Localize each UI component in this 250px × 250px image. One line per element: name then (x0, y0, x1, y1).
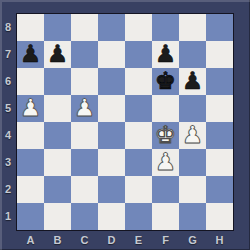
square-a7[interactable]: ♟ (17, 41, 44, 68)
square-b3[interactable] (44, 149, 71, 176)
square-c3[interactable] (71, 149, 98, 176)
square-e2[interactable] (125, 176, 152, 203)
white-pawn[interactable]: ♟ (71, 95, 98, 122)
square-h8[interactable] (206, 14, 233, 41)
square-a8[interactable] (17, 14, 44, 41)
square-g5[interactable] (179, 95, 206, 122)
board-frame: ♟♟♟♚♟♟♟♚♟♟ 87654321ABCDEFGH (0, 0, 250, 250)
file-label-h: H (206, 231, 233, 249)
white-pawn[interactable]: ♟ (17, 95, 44, 122)
chess-board: ♟♟♟♚♟♟♟♚♟♟ (16, 13, 234, 231)
file-label-f: F (152, 231, 179, 249)
square-b7[interactable]: ♟ (44, 41, 71, 68)
square-d4[interactable] (98, 122, 125, 149)
file-label-g: G (179, 231, 206, 249)
square-f2[interactable] (152, 176, 179, 203)
square-a4[interactable] (17, 122, 44, 149)
square-c8[interactable] (71, 14, 98, 41)
square-c7[interactable] (71, 41, 98, 68)
square-c6[interactable] (71, 68, 98, 95)
square-d5[interactable] (98, 95, 125, 122)
square-h1[interactable] (206, 203, 233, 230)
square-a3[interactable] (17, 149, 44, 176)
rank-label-3: 3 (0, 148, 16, 175)
square-g2[interactable] (179, 176, 206, 203)
square-d1[interactable] (98, 203, 125, 230)
square-b6[interactable] (44, 68, 71, 95)
square-h3[interactable] (206, 149, 233, 176)
square-f1[interactable] (152, 203, 179, 230)
white-king[interactable]: ♚ (152, 122, 179, 149)
square-f4[interactable]: ♚ (152, 122, 179, 149)
square-g8[interactable] (179, 14, 206, 41)
square-c2[interactable] (71, 176, 98, 203)
white-pawn[interactable]: ♟ (152, 149, 179, 176)
square-a6[interactable] (17, 68, 44, 95)
file-label-e: E (125, 231, 152, 249)
rank-label-5: 5 (0, 94, 16, 121)
square-g6[interactable]: ♟ (179, 68, 206, 95)
file-label-d: D (98, 231, 125, 249)
square-c4[interactable] (71, 122, 98, 149)
square-d3[interactable] (98, 149, 125, 176)
square-e4[interactable] (125, 122, 152, 149)
rank-label-1: 1 (0, 202, 16, 229)
black-pawn[interactable]: ♟ (17, 41, 44, 68)
rank-label-4: 4 (0, 121, 16, 148)
square-g7[interactable] (179, 41, 206, 68)
square-e8[interactable] (125, 14, 152, 41)
square-d2[interactable] (98, 176, 125, 203)
square-f6[interactable]: ♚ (152, 68, 179, 95)
rank-label-7: 7 (0, 40, 16, 67)
square-g4[interactable]: ♟ (179, 122, 206, 149)
square-a2[interactable] (17, 176, 44, 203)
file-label-b: B (44, 231, 71, 249)
square-c1[interactable] (71, 203, 98, 230)
square-b1[interactable] (44, 203, 71, 230)
square-h5[interactable] (206, 95, 233, 122)
square-b8[interactable] (44, 14, 71, 41)
square-e6[interactable] (125, 68, 152, 95)
black-pawn[interactable]: ♟ (152, 41, 179, 68)
square-d8[interactable] (98, 14, 125, 41)
square-e1[interactable] (125, 203, 152, 230)
rank-label-6: 6 (0, 67, 16, 94)
square-e7[interactable] (125, 41, 152, 68)
black-pawn[interactable]: ♟ (44, 41, 71, 68)
square-h4[interactable] (206, 122, 233, 149)
square-e5[interactable] (125, 95, 152, 122)
square-a1[interactable] (17, 203, 44, 230)
square-h2[interactable] (206, 176, 233, 203)
square-f5[interactable] (152, 95, 179, 122)
square-d6[interactable] (98, 68, 125, 95)
square-f8[interactable] (152, 14, 179, 41)
square-b2[interactable] (44, 176, 71, 203)
square-f3[interactable]: ♟ (152, 149, 179, 176)
file-label-c: C (71, 231, 98, 249)
black-pawn[interactable]: ♟ (179, 68, 206, 95)
square-e3[interactable] (125, 149, 152, 176)
file-label-a: A (17, 231, 44, 249)
square-f7[interactable]: ♟ (152, 41, 179, 68)
square-a5[interactable]: ♟ (17, 95, 44, 122)
black-king[interactable]: ♚ (152, 68, 179, 95)
square-h7[interactable] (206, 41, 233, 68)
square-g1[interactable] (179, 203, 206, 230)
square-b5[interactable] (44, 95, 71, 122)
rank-label-2: 2 (0, 175, 16, 202)
square-c5[interactable]: ♟ (71, 95, 98, 122)
square-d7[interactable] (98, 41, 125, 68)
square-b4[interactable] (44, 122, 71, 149)
rank-label-8: 8 (0, 13, 16, 40)
square-h6[interactable] (206, 68, 233, 95)
white-pawn[interactable]: ♟ (179, 122, 206, 149)
square-g3[interactable] (179, 149, 206, 176)
